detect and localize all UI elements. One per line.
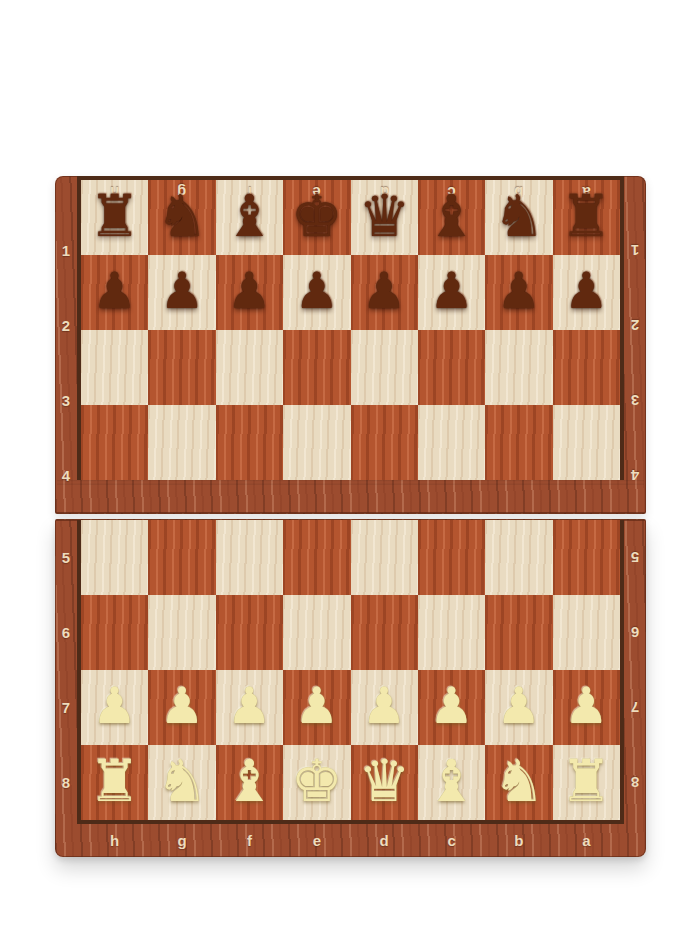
file-label-bottom-d: d (351, 832, 418, 849)
square-f5 (216, 520, 283, 595)
light-pawn-g7: ♟ (160, 681, 205, 731)
dark-pawn-g2: ♟ (160, 266, 205, 316)
square-d2: ♟ (351, 255, 418, 330)
rank-label-right-1: 1 (624, 213, 646, 288)
square-c6 (418, 595, 485, 670)
square-d6 (351, 595, 418, 670)
file-label-bottom-b: b (485, 832, 552, 849)
square-e8: ♚ (283, 745, 350, 820)
file-label-bottom-g: g (148, 832, 215, 849)
square-f8: ♝ (216, 745, 283, 820)
rank-label-right-5: 5 (624, 520, 646, 595)
square-g3 (148, 330, 215, 405)
dark-rook-h1: ♜ (89, 187, 141, 245)
rank-label-left-2: 2 (55, 288, 77, 363)
square-g4 (148, 405, 215, 480)
rank-labels-right-top: 1234 (624, 213, 646, 513)
dark-queen-d1: ♛ (358, 187, 410, 245)
square-c3 (418, 330, 485, 405)
square-h1: ♜ (81, 180, 148, 255)
square-g1: ♞ (148, 180, 215, 255)
square-f2: ♟ (216, 255, 283, 330)
square-b5 (485, 520, 552, 595)
dark-knight-g1: ♞ (156, 187, 208, 245)
rank-labels-left-top: 1234 (55, 213, 77, 513)
square-c2: ♟ (418, 255, 485, 330)
square-e3 (283, 330, 350, 405)
square-d8: ♛ (351, 745, 418, 820)
square-g5 (148, 520, 215, 595)
light-knight-b8: ♞ (493, 752, 545, 810)
light-queen-d8: ♛ (358, 752, 410, 810)
dark-pawn-b2: ♟ (497, 266, 542, 316)
square-c7: ♟ (418, 670, 485, 745)
square-a7: ♟ (553, 670, 620, 745)
square-b3 (485, 330, 552, 405)
square-e2: ♟ (283, 255, 350, 330)
light-pawn-b7: ♟ (497, 681, 542, 731)
square-d1: ♛ (351, 180, 418, 255)
square-f4 (216, 405, 283, 480)
light-pawn-a7: ♟ (564, 681, 609, 731)
dark-pawn-f2: ♟ (227, 266, 272, 316)
square-a5 (553, 520, 620, 595)
file-label-bottom-f: f (216, 832, 283, 849)
light-bishop-f8: ♝ (223, 752, 275, 810)
square-f6 (216, 595, 283, 670)
square-b2: ♟ (485, 255, 552, 330)
dark-pawn-c2: ♟ (429, 266, 474, 316)
square-e7: ♟ (283, 670, 350, 745)
square-c5 (418, 520, 485, 595)
square-g8: ♞ (148, 745, 215, 820)
dark-pawn-d2: ♟ (362, 266, 407, 316)
square-h4 (81, 405, 148, 480)
square-d7: ♟ (351, 670, 418, 745)
rank-label-right-6: 6 (624, 595, 646, 670)
rank-label-right-7: 7 (624, 670, 646, 745)
dark-knight-b1: ♞ (493, 187, 545, 245)
square-a6 (553, 595, 620, 670)
rank-label-right-3: 3 (624, 363, 646, 438)
square-h5 (81, 520, 148, 595)
square-b8: ♞ (485, 745, 552, 820)
light-pawn-d7: ♟ (362, 681, 407, 731)
chess-board: hgfedcba ♜♞♝♚♛♝♞♜♟♟♟♟♟♟♟♟ 1234 1234 ♟♟♟♟… (55, 143, 646, 857)
rank-labels-left-bottom: 5678 (55, 520, 77, 820)
square-e6 (283, 595, 350, 670)
rank-label-left-1: 1 (55, 213, 77, 288)
square-e4 (283, 405, 350, 480)
square-e1: ♚ (283, 180, 350, 255)
square-h2: ♟ (81, 255, 148, 330)
file-labels-bottom: hgfedcba (81, 824, 620, 857)
dark-pawn-e2: ♟ (294, 266, 339, 316)
square-g7: ♟ (148, 670, 215, 745)
dark-bishop-c1: ♝ (426, 187, 478, 245)
square-b7: ♟ (485, 670, 552, 745)
board-top-half: hgfedcba ♜♞♝♚♛♝♞♜♟♟♟♟♟♟♟♟ 1234 1234 (55, 176, 646, 514)
square-a1: ♜ (553, 180, 620, 255)
rank-label-left-3: 3 (55, 363, 77, 438)
square-d5 (351, 520, 418, 595)
square-a8: ♜ (553, 745, 620, 820)
rank-label-right-2: 2 (624, 288, 646, 363)
light-pawn-e7: ♟ (294, 681, 339, 731)
light-rook-h8: ♜ (89, 752, 141, 810)
dark-pawn-h2: ♟ (92, 266, 137, 316)
rank-label-right-8: 8 (624, 745, 646, 820)
photo-background: hgfedcba ♜♞♝♚♛♝♞♜♟♟♟♟♟♟♟♟ 1234 1234 ♟♟♟♟… (0, 0, 700, 933)
square-c8: ♝ (418, 745, 485, 820)
square-b4 (485, 405, 552, 480)
rank-label-left-7: 7 (55, 670, 77, 745)
light-king-e8: ♚ (291, 752, 343, 810)
square-a2: ♟ (553, 255, 620, 330)
rank-label-left-4: 4 (55, 438, 77, 513)
rank-label-right-4: 4 (624, 438, 646, 513)
square-b1: ♞ (485, 180, 552, 255)
light-pawn-c7: ♟ (429, 681, 474, 731)
square-a4 (553, 405, 620, 480)
squares-ranks-1-4: ♜♞♝♚♛♝♞♜♟♟♟♟♟♟♟♟ (77, 176, 624, 480)
square-b6 (485, 595, 552, 670)
dark-king-e1: ♚ (291, 187, 343, 245)
light-bishop-c8: ♝ (426, 752, 478, 810)
light-rook-a8: ♜ (560, 752, 612, 810)
square-h3 (81, 330, 148, 405)
square-e5 (283, 520, 350, 595)
file-label-bottom-c: c (418, 832, 485, 849)
square-h8: ♜ (81, 745, 148, 820)
file-label-bottom-e: e (283, 832, 350, 849)
square-d3 (351, 330, 418, 405)
hinge-seam (57, 480, 644, 485)
square-d4 (351, 405, 418, 480)
square-g2: ♟ (148, 255, 215, 330)
square-a3 (553, 330, 620, 405)
dark-bishop-f1: ♝ (223, 187, 275, 245)
square-h7: ♟ (81, 670, 148, 745)
light-pawn-h7: ♟ (92, 681, 137, 731)
square-c1: ♝ (418, 180, 485, 255)
file-label-bottom-h: h (81, 832, 148, 849)
dark-pawn-a2: ♟ (564, 266, 609, 316)
light-knight-g8: ♞ (156, 752, 208, 810)
rank-label-left-8: 8 (55, 745, 77, 820)
square-h6 (81, 595, 148, 670)
board-bottom-half: ♟♟♟♟♟♟♟♟♜♞♝♚♛♝♞♜ hgfedcba 5678 5678 (55, 519, 646, 857)
rank-labels-right-bottom: 5678 (624, 520, 646, 820)
square-f7: ♟ (216, 670, 283, 745)
square-f3 (216, 330, 283, 405)
square-c4 (418, 405, 485, 480)
file-label-bottom-a: a (553, 832, 620, 849)
square-f1: ♝ (216, 180, 283, 255)
rank-label-left-5: 5 (55, 520, 77, 595)
rank-label-left-6: 6 (55, 595, 77, 670)
squares-ranks-5-8: ♟♟♟♟♟♟♟♟♜♞♝♚♛♝♞♜ (77, 520, 624, 824)
light-pawn-f7: ♟ (227, 681, 272, 731)
square-g6 (148, 595, 215, 670)
dark-rook-a1: ♜ (560, 187, 612, 245)
